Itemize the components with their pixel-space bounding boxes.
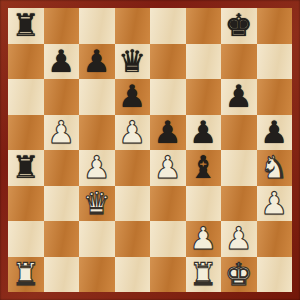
square-c2[interactable] (79, 221, 115, 257)
black-pawn-h5[interactable]: ♟ (260, 115, 288, 151)
square-b3[interactable] (44, 186, 80, 222)
square-f8[interactable] (186, 8, 222, 44)
white-king-g1[interactable]: ♚ (225, 257, 253, 293)
square-f3[interactable] (186, 186, 222, 222)
square-a2[interactable] (8, 221, 44, 257)
square-g1[interactable]: ♚ (221, 257, 257, 293)
square-h8[interactable] (257, 8, 293, 44)
square-c7[interactable]: ♟ (79, 44, 115, 80)
black-pawn-g6[interactable]: ♟ (225, 79, 253, 115)
black-queen-d7[interactable]: ♛ (118, 44, 146, 80)
square-g5[interactable] (221, 115, 257, 151)
square-e7[interactable] (150, 44, 186, 80)
black-rook-a4[interactable]: ♜ (12, 150, 40, 186)
square-c8[interactable] (79, 8, 115, 44)
black-bishop-f4[interactable]: ♝ (189, 150, 217, 186)
square-g4[interactable] (221, 150, 257, 186)
chess-board-frame: ♜♚♟♟♛♟♟♟♟♟♟♟♜♟♟♝♞♛♟♟♟♜♜♚ (0, 0, 300, 300)
square-a4[interactable]: ♜ (8, 150, 44, 186)
white-pawn-g2[interactable]: ♟ (225, 221, 253, 257)
white-knight-h4[interactable]: ♞ (260, 150, 288, 186)
square-a8[interactable]: ♜ (8, 8, 44, 44)
square-g2[interactable]: ♟ (221, 221, 257, 257)
square-b5[interactable]: ♟ (44, 115, 80, 151)
square-b7[interactable]: ♟ (44, 44, 80, 80)
square-e4[interactable]: ♟ (150, 150, 186, 186)
white-pawn-f2[interactable]: ♟ (189, 221, 217, 257)
black-pawn-e5[interactable]: ♟ (154, 115, 182, 151)
square-g3[interactable] (221, 186, 257, 222)
black-king-g8[interactable]: ♚ (225, 8, 253, 44)
square-g7[interactable] (221, 44, 257, 80)
white-rook-f1[interactable]: ♜ (189, 257, 217, 293)
square-a6[interactable] (8, 79, 44, 115)
square-d8[interactable] (115, 8, 151, 44)
white-pawn-e4[interactable]: ♟ (154, 150, 182, 186)
square-d7[interactable]: ♛ (115, 44, 151, 80)
square-e5[interactable]: ♟ (150, 115, 186, 151)
square-a7[interactable] (8, 44, 44, 80)
square-c6[interactable] (79, 79, 115, 115)
square-f6[interactable] (186, 79, 222, 115)
white-rook-a1[interactable]: ♜ (12, 257, 40, 293)
square-h3[interactable]: ♟ (257, 186, 293, 222)
black-pawn-d6[interactable]: ♟ (118, 79, 146, 115)
black-pawn-b7[interactable]: ♟ (47, 44, 75, 80)
black-pawn-c7[interactable]: ♟ (83, 44, 111, 80)
square-a5[interactable] (8, 115, 44, 151)
square-c4[interactable]: ♟ (79, 150, 115, 186)
square-h5[interactable]: ♟ (257, 115, 293, 151)
white-pawn-c4[interactable]: ♟ (83, 150, 111, 186)
square-h7[interactable] (257, 44, 293, 80)
square-d5[interactable]: ♟ (115, 115, 151, 151)
square-g8[interactable]: ♚ (221, 8, 257, 44)
square-b2[interactable] (44, 221, 80, 257)
square-d6[interactable]: ♟ (115, 79, 151, 115)
square-c3[interactable]: ♛ (79, 186, 115, 222)
square-e6[interactable] (150, 79, 186, 115)
black-rook-a8[interactable]: ♜ (12, 8, 40, 44)
square-d1[interactable] (115, 257, 151, 293)
square-d4[interactable] (115, 150, 151, 186)
square-b4[interactable] (44, 150, 80, 186)
square-e8[interactable] (150, 8, 186, 44)
square-d3[interactable] (115, 186, 151, 222)
square-g6[interactable]: ♟ (221, 79, 257, 115)
white-pawn-h3[interactable]: ♟ (260, 186, 288, 222)
square-h2[interactable] (257, 221, 293, 257)
white-pawn-b5[interactable]: ♟ (47, 115, 75, 151)
black-pawn-f5[interactable]: ♟ (189, 115, 217, 151)
square-a1[interactable]: ♜ (8, 257, 44, 293)
square-f2[interactable]: ♟ (186, 221, 222, 257)
square-h6[interactable] (257, 79, 293, 115)
square-f1[interactable]: ♜ (186, 257, 222, 293)
square-e2[interactable] (150, 221, 186, 257)
square-a3[interactable] (8, 186, 44, 222)
chess-board: ♜♚♟♟♛♟♟♟♟♟♟♟♜♟♟♝♞♛♟♟♟♜♜♚ (8, 8, 292, 292)
square-e1[interactable] (150, 257, 186, 293)
white-queen-c3[interactable]: ♛ (83, 186, 111, 222)
square-e3[interactable] (150, 186, 186, 222)
square-b1[interactable] (44, 257, 80, 293)
square-c1[interactable] (79, 257, 115, 293)
square-b6[interactable] (44, 79, 80, 115)
white-pawn-d5[interactable]: ♟ (118, 115, 146, 151)
square-f5[interactable]: ♟ (186, 115, 222, 151)
square-f4[interactable]: ♝ (186, 150, 222, 186)
square-f7[interactable] (186, 44, 222, 80)
square-h1[interactable] (257, 257, 293, 293)
square-d2[interactable] (115, 221, 151, 257)
square-h4[interactable]: ♞ (257, 150, 293, 186)
square-b8[interactable] (44, 8, 80, 44)
square-c5[interactable] (79, 115, 115, 151)
